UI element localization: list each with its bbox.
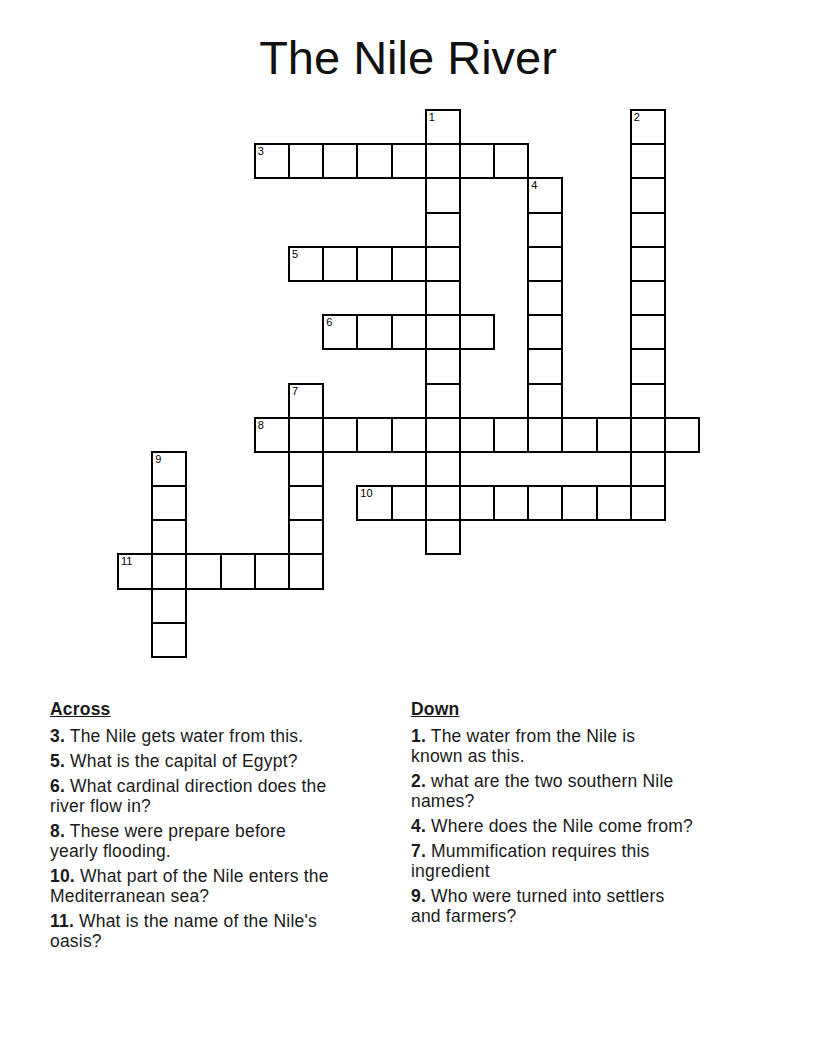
grid-cell-r14c1[interactable] <box>151 588 187 624</box>
clue-item-1: 1. The water from the Nile is known as t… <box>411 726 761 766</box>
clue-number-label: 5. <box>50 751 65 771</box>
clue-item-11: 11. What is the name of the Nile's oasis… <box>50 911 402 951</box>
across-clue-list: 3. The Nile gets water from this.5. What… <box>50 726 402 951</box>
clue-text: What is the capital of Egypt? <box>65 751 298 771</box>
clue-item-8: 8. These were prepare before yearly floo… <box>50 821 402 861</box>
grid-cell-r9c12[interactable] <box>527 417 563 453</box>
grid-cell-r3c15[interactable] <box>630 212 666 248</box>
grid-cell-r0c15[interactable]: 2 <box>630 109 666 145</box>
grid-cell-r7c9[interactable] <box>425 348 461 384</box>
grid-cell-r5c9[interactable] <box>425 280 461 316</box>
clue-item-10: 10. What part of the Nile enters the Med… <box>50 866 402 906</box>
grid-cell-r9c8[interactable] <box>391 417 427 453</box>
grid-cell-r1c10[interactable] <box>459 143 495 179</box>
grid-cell-r7c15[interactable] <box>630 348 666 384</box>
grid-cell-r11c15[interactable] <box>630 485 666 521</box>
grid-cell-r13c4[interactable] <box>254 553 290 589</box>
grid-cell-r11c12[interactable] <box>527 485 563 521</box>
grid-cell-r6c12[interactable] <box>527 314 563 350</box>
grid-cell-r1c4[interactable]: 3 <box>254 143 290 179</box>
grid-cell-r11c11[interactable] <box>493 485 529 521</box>
grid-clue-number-10: 10 <box>360 487 372 499</box>
grid-cell-r2c9[interactable] <box>425 177 461 213</box>
clue-number-label: 8. <box>50 821 65 841</box>
grid-cell-r11c5[interactable] <box>288 485 324 521</box>
down-clue-list: 1. The water from the Nile is known as t… <box>411 726 761 926</box>
clue-text: Mummification requires this ingredient <box>411 841 649 881</box>
crossword-grid: 1234567891011 <box>118 110 699 657</box>
grid-cell-r12c9[interactable] <box>425 519 461 555</box>
clue-item-6: 6. What cardinal direction does the rive… <box>50 776 402 816</box>
grid-cell-r4c6[interactable] <box>322 246 358 282</box>
grid-cell-r1c8[interactable] <box>391 143 427 179</box>
grid-cell-r11c10[interactable] <box>459 485 495 521</box>
grid-cell-r4c15[interactable] <box>630 246 666 282</box>
grid-cell-r9c6[interactable] <box>322 417 358 453</box>
clue-text: The Nile gets water from this. <box>65 726 303 746</box>
grid-cell-r1c6[interactable] <box>322 143 358 179</box>
grid-cell-r4c12[interactable] <box>527 246 563 282</box>
crossword-worksheet: { "game": "crossword", "title": "The Nil… <box>0 0 816 1056</box>
grid-cell-r3c9[interactable] <box>425 212 461 248</box>
clue-number-label: 7. <box>411 841 426 861</box>
grid-cell-r10c15[interactable] <box>630 451 666 487</box>
grid-cell-r4c5[interactable]: 5 <box>288 246 324 282</box>
grid-clue-number-9: 9 <box>155 453 161 465</box>
clue-text: what are the two southern Nile names? <box>411 771 673 811</box>
grid-cell-r8c9[interactable] <box>425 383 461 419</box>
grid-cell-r11c8[interactable] <box>391 485 427 521</box>
grid-cell-r9c5[interactable] <box>288 417 324 453</box>
grid-cell-r9c13[interactable] <box>561 417 597 453</box>
grid-cell-r12c1[interactable] <box>151 519 187 555</box>
grid-cell-r7c12[interactable] <box>527 348 563 384</box>
clue-number-label: 3. <box>50 726 65 746</box>
grid-cell-r4c8[interactable] <box>391 246 427 282</box>
clue-number-label: 9. <box>411 886 426 906</box>
clue-item-4: 4. Where does the Nile come from? <box>411 816 761 836</box>
grid-cell-r11c1[interactable] <box>151 485 187 521</box>
grid-cell-r9c9[interactable] <box>425 417 461 453</box>
grid-cell-r1c15[interactable] <box>630 143 666 179</box>
grid-cell-r10c5[interactable] <box>288 451 324 487</box>
grid-cell-r12c5[interactable] <box>288 519 324 555</box>
grid-cell-r1c5[interactable] <box>288 143 324 179</box>
grid-cell-r10c1[interactable]: 9 <box>151 451 187 487</box>
grid-cell-r10c9[interactable] <box>425 451 461 487</box>
grid-cell-r9c7[interactable] <box>356 417 392 453</box>
grid-cell-r11c13[interactable] <box>561 485 597 521</box>
grid-cell-r6c10[interactable] <box>459 314 495 350</box>
grid-cell-r6c9[interactable] <box>425 314 461 350</box>
clue-text: These were prepare before yearly floodin… <box>50 821 286 861</box>
grid-cell-r5c12[interactable] <box>527 280 563 316</box>
grid-clue-number-7: 7 <box>292 385 298 397</box>
grid-cell-r6c7[interactable] <box>356 314 392 350</box>
clue-text: The water from the Nile is known as this… <box>411 726 635 766</box>
grid-cell-r11c7[interactable]: 10 <box>356 485 392 521</box>
clue-number-label: 6. <box>50 776 65 796</box>
across-heading: Across <box>50 699 402 719</box>
grid-cell-r9c4[interactable]: 8 <box>254 417 290 453</box>
clue-text: Who were turned into settlers and farmer… <box>411 886 664 926</box>
across-clues-section: Across 3. The Nile gets water from this.… <box>50 699 402 956</box>
clue-item-9: 9. Who were turned into settlers and far… <box>411 886 761 926</box>
grid-clue-number-11: 11 <box>121 555 132 567</box>
grid-clue-number-3: 3 <box>258 145 264 157</box>
clue-item-2: 2. what are the two southern Nile names? <box>411 771 761 811</box>
grid-cell-r2c15[interactable] <box>630 177 666 213</box>
grid-clue-number-2: 2 <box>634 111 640 123</box>
grid-cell-r9c14[interactable] <box>596 417 632 453</box>
grid-cell-r11c9[interactable] <box>425 485 461 521</box>
grid-cell-r13c5[interactable] <box>288 553 324 589</box>
clue-text: What is the name of the Nile's oasis? <box>50 911 317 951</box>
grid-cell-r0c9[interactable]: 1 <box>425 109 461 145</box>
grid-cell-r9c15[interactable] <box>630 417 666 453</box>
grid-cell-r6c15[interactable] <box>630 314 666 350</box>
grid-cell-r13c0[interactable]: 11 <box>117 553 153 589</box>
clue-text: What part of the Nile enters the Mediter… <box>50 866 329 906</box>
clue-number-label: 10. <box>50 866 75 886</box>
grid-cell-r3c12[interactable] <box>527 212 563 248</box>
grid-cell-r8c5[interactable]: 7 <box>288 383 324 419</box>
clue-text: Where does the Nile come from? <box>426 816 693 836</box>
down-heading: Down <box>411 699 761 719</box>
clue-text: What cardinal direction does the river f… <box>50 776 326 816</box>
grid-cell-r4c9[interactable] <box>425 246 461 282</box>
grid-cell-r6c8[interactable] <box>391 314 427 350</box>
clue-number-label: 4. <box>411 816 426 836</box>
grid-cell-r9c10[interactable] <box>459 417 495 453</box>
grid-clue-number-8: 8 <box>258 419 264 431</box>
grid-cell-r1c11[interactable] <box>493 143 529 179</box>
clue-number-label: 2. <box>411 771 426 791</box>
grid-cell-r11c14[interactable] <box>596 485 632 521</box>
grid-clue-number-5: 5 <box>292 248 298 260</box>
grid-cell-r4c7[interactable] <box>356 246 392 282</box>
down-clues-section: Down 1. The water from the Nile is known… <box>411 699 761 931</box>
grid-cell-r9c16[interactable] <box>664 417 700 453</box>
clue-item-7: 7. Mummification requires this ingredien… <box>411 841 761 881</box>
clue-number-label: 1. <box>411 726 426 746</box>
grid-clue-number-1: 1 <box>429 111 435 123</box>
grid-cell-r1c7[interactable] <box>356 143 392 179</box>
clue-number-label: 11. <box>50 911 74 931</box>
clue-item-5: 5. What is the capital of Egypt? <box>50 751 402 771</box>
grid-cell-r2c12[interactable]: 4 <box>527 177 563 213</box>
grid-cell-r15c1[interactable] <box>151 622 187 658</box>
grid-clue-number-4: 4 <box>531 179 537 191</box>
grid-cell-r5c15[interactable] <box>630 280 666 316</box>
grid-cell-r9c11[interactable] <box>493 417 529 453</box>
grid-cell-r8c15[interactable] <box>630 383 666 419</box>
grid-cell-r8c12[interactable] <box>527 383 563 419</box>
grid-clue-number-6: 6 <box>326 316 332 328</box>
grid-cell-r1c9[interactable] <box>425 143 461 179</box>
clue-item-3: 3. The Nile gets water from this. <box>50 726 402 746</box>
grid-cell-r13c1[interactable] <box>151 553 187 589</box>
grid-cell-r13c2[interactable] <box>185 553 221 589</box>
grid-cell-r6c6[interactable]: 6 <box>322 314 358 350</box>
grid-cell-r13c3[interactable] <box>220 553 256 589</box>
puzzle-title: The Nile River <box>0 30 816 85</box>
